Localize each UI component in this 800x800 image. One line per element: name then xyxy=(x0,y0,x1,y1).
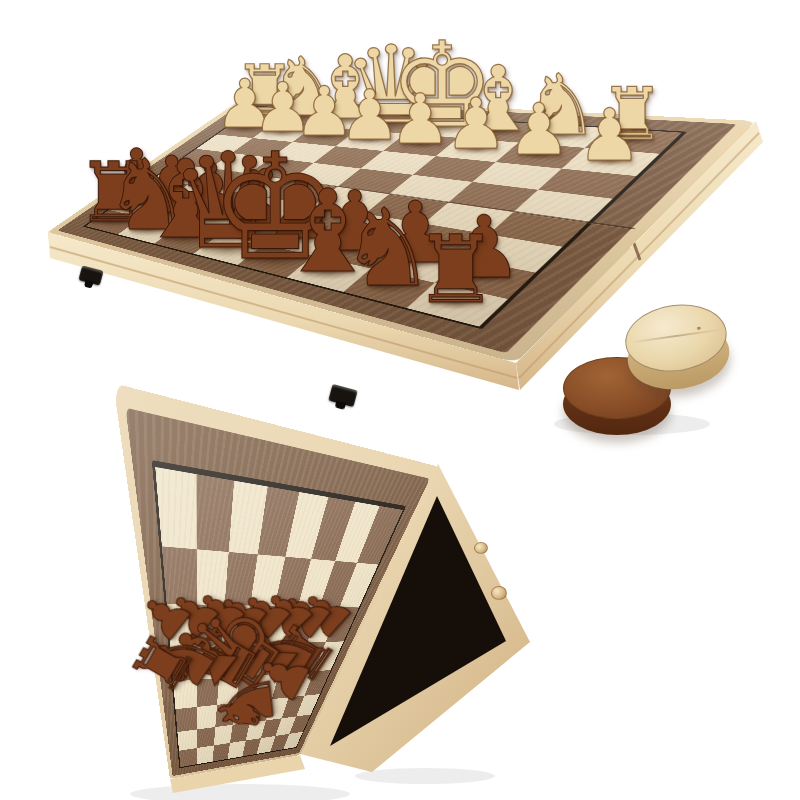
soft-shadow xyxy=(130,784,350,800)
disc-grain-seam xyxy=(630,329,721,344)
white-pawn: ♟ xyxy=(507,94,571,165)
draughts-piece-light xyxy=(621,298,731,378)
square-a6 xyxy=(175,707,196,732)
hinge-knob xyxy=(474,542,488,554)
white-pawn: ♟ xyxy=(389,85,451,154)
soft-shadow xyxy=(355,768,495,784)
square-a1 xyxy=(155,467,196,549)
product-photo-scene: ♜♞♝♛♚♟♝♟♞♟♟♜♟♟♟♟♟♟♟♜♟♞♝♟♛♟♚♟♝♟♞♜♟♟♟♟♟♟♟♟… xyxy=(0,0,800,800)
square-b1 xyxy=(196,474,233,552)
magnet-piece-knight: ♞ xyxy=(206,668,287,742)
black-rook: ♜ xyxy=(414,223,498,317)
white-pawn: ♟ xyxy=(445,89,508,159)
disc-grain-knot xyxy=(697,327,701,331)
square-b8 xyxy=(197,746,214,765)
hinge-knob xyxy=(491,586,507,600)
square-a8 xyxy=(179,748,197,767)
white-pawn: ♟ xyxy=(577,99,642,171)
